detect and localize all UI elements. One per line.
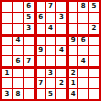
sudoku-cell-r4c9[interactable] [89, 35, 99, 45]
sudoku-cell-r1c4[interactable] [35, 2, 45, 12]
sudoku-cell-r2c9[interactable] [89, 13, 99, 23]
sudoku-cell-r6c8[interactable]: 4 [78, 56, 88, 66]
sudoku-cell-r1c7[interactable] [67, 2, 77, 12]
sudoku-cell-r2c7[interactable] [67, 13, 77, 23]
sudoku-cell-r1c3[interactable]: 6 [24, 2, 34, 12]
sudoku-cell-r7c5[interactable]: 3 [46, 67, 56, 77]
sudoku-cell-r1c2[interactable] [13, 2, 23, 12]
sudoku-cell-r3c4[interactable] [35, 24, 45, 34]
sudoku-cell-r5c6[interactable]: 4 [56, 46, 66, 56]
sudoku-cell-r6c4[interactable] [35, 56, 45, 66]
sudoku-cell-r8c1[interactable] [2, 78, 12, 88]
sudoku-cell-r1c1[interactable] [2, 2, 12, 12]
sudoku-cell-r8c3[interactable] [24, 78, 34, 88]
sudoku-cell-r3c1[interactable] [2, 24, 12, 34]
sudoku-cell-r7c8[interactable] [78, 67, 88, 77]
sudoku-cell-r7c7[interactable]: 2 [67, 67, 77, 77]
sudoku-cell-r2c6[interactable]: 3 [56, 13, 66, 23]
sudoku-cell-r6c9[interactable] [89, 56, 99, 66]
sudoku-cell-r6c3[interactable]: 7 [24, 56, 34, 66]
sudoku-cell-r3c3[interactable]: 3 [24, 24, 34, 34]
sudoku-cell-r9c7[interactable]: 4 [67, 89, 77, 99]
sudoku-cell-r9c1[interactable]: 3 [2, 89, 12, 99]
sudoku-cell-r9c8[interactable] [78, 89, 88, 99]
sudoku-cell-r1c5[interactable]: 7 [46, 2, 56, 12]
sudoku-cell-r4c1[interactable] [2, 35, 12, 45]
sudoku-cell-r7c6[interactable] [56, 67, 66, 77]
sudoku-cell-r6c6[interactable] [56, 56, 66, 66]
sudoku-cell-r6c1[interactable] [2, 56, 12, 66]
sudoku-cell-r4c6[interactable] [56, 35, 66, 45]
sudoku-cell-r8c6[interactable]: 2 [56, 78, 66, 88]
sudoku-cell-r5c5[interactable] [46, 46, 56, 56]
sudoku-cell-r8c4[interactable]: 7 [35, 78, 45, 88]
sudoku-cell-r6c2[interactable]: 6 [13, 56, 23, 66]
sudoku-cell-r2c5[interactable] [46, 13, 56, 23]
sudoku-cell-r7c4[interactable] [35, 67, 45, 77]
sudoku-cell-r3c6[interactable] [56, 24, 66, 34]
sudoku-cell-r8c8[interactable] [78, 78, 88, 88]
sudoku-cell-r1c6[interactable] [56, 2, 66, 12]
sudoku-cell-r4c7[interactable]: 9 [67, 35, 77, 45]
sudoku-cell-r2c3[interactable]: 5 [24, 13, 34, 23]
sudoku-cell-r4c2[interactable]: 4 [13, 35, 23, 45]
sudoku-cell-r5c8[interactable] [78, 46, 88, 56]
sudoku-cell-r1c9[interactable]: 5 [89, 2, 99, 12]
sudoku-cell-r5c9[interactable] [89, 46, 99, 56]
sudoku-cell-r7c3[interactable] [24, 67, 34, 77]
sudoku-cell-r7c9[interactable] [89, 67, 99, 77]
sudoku-cell-r5c4[interactable]: 9 [35, 46, 45, 56]
sudoku-cell-r9c9[interactable] [89, 89, 99, 99]
sudoku-cell-r2c8[interactable] [78, 13, 88, 23]
sudoku-cell-r9c2[interactable]: 8 [13, 89, 23, 99]
sudoku-board: 6785563342496946741327213854 [0, 0, 101, 101]
sudoku-cell-r6c5[interactable] [46, 56, 56, 66]
sudoku-cell-r8c7[interactable]: 1 [67, 78, 77, 88]
sudoku-cell-r8c2[interactable] [13, 78, 23, 88]
sudoku-cell-r4c4[interactable] [35, 35, 45, 45]
sudoku-cell-r3c9[interactable]: 2 [89, 24, 99, 34]
sudoku-cell-r8c5[interactable] [46, 78, 56, 88]
sudoku-cell-r5c3[interactable] [24, 46, 34, 56]
sudoku-cell-r1c8[interactable]: 8 [78, 2, 88, 12]
sudoku-cell-r2c2[interactable] [13, 13, 23, 23]
sudoku-cell-r4c8[interactable]: 6 [78, 35, 88, 45]
sudoku-cell-r4c3[interactable] [24, 35, 34, 45]
sudoku-cell-r9c6[interactable] [56, 89, 66, 99]
sudoku-cell-r5c1[interactable] [2, 46, 12, 56]
sudoku-cell-r7c1[interactable]: 1 [2, 67, 12, 77]
sudoku-cell-r3c5[interactable]: 4 [46, 24, 56, 34]
sudoku-cell-r3c8[interactable] [78, 24, 88, 34]
sudoku-cell-r5c7[interactable] [67, 46, 77, 56]
sudoku-cell-r6c7[interactable] [67, 56, 77, 66]
sudoku-cell-r2c4[interactable]: 6 [35, 13, 45, 23]
sudoku-cell-r3c7[interactable] [67, 24, 77, 34]
sudoku-cell-r8c9[interactable] [89, 78, 99, 88]
sudoku-cell-r9c4[interactable] [35, 89, 45, 99]
sudoku-cell-r2c1[interactable] [2, 13, 12, 23]
sudoku-cell-r9c5[interactable]: 5 [46, 89, 56, 99]
sudoku-cell-r5c2[interactable] [13, 46, 23, 56]
sudoku-cell-r7c2[interactable] [13, 67, 23, 77]
sudoku-cell-r3c2[interactable] [13, 24, 23, 34]
sudoku-cell-r4c5[interactable] [46, 35, 56, 45]
sudoku-cell-r9c3[interactable] [24, 89, 34, 99]
